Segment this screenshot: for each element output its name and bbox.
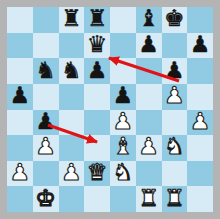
square-a5[interactable]: ♟ bbox=[7, 84, 33, 110]
piece-black-pawn[interactable]: ♟ bbox=[138, 33, 159, 56]
piece-white-pawn[interactable]: ♟ bbox=[61, 161, 82, 184]
square-a6[interactable] bbox=[7, 58, 33, 84]
square-h1[interactable] bbox=[187, 186, 213, 212]
square-e8[interactable] bbox=[110, 7, 136, 33]
piece-black-pawn[interactable]: ♟ bbox=[113, 84, 134, 107]
piece-white-king[interactable]: ♚ bbox=[35, 187, 56, 210]
square-h6[interactable] bbox=[187, 58, 213, 84]
square-b1[interactable]: ♚ bbox=[33, 186, 59, 212]
piece-black-king[interactable]: ♚ bbox=[164, 7, 185, 30]
square-c8[interactable]: ♜ bbox=[59, 7, 85, 33]
piece-black-knight[interactable]: ♞ bbox=[61, 59, 82, 82]
square-f6[interactable] bbox=[136, 58, 162, 84]
piece-black-bishop[interactable]: ♝ bbox=[138, 7, 159, 30]
square-d2[interactable]: ♛ bbox=[84, 161, 110, 187]
square-e3[interactable]: ♝ bbox=[110, 135, 136, 161]
square-c4[interactable] bbox=[59, 110, 85, 136]
piece-black-rook[interactable]: ♜ bbox=[87, 7, 108, 30]
square-b5[interactable] bbox=[33, 84, 59, 110]
chess-board: ♜♜♝♚♛♟♟♞♞♟♟♟♟♟♟♟♟♟♝♟♞♟♟♛♞♚♜♜ bbox=[7, 7, 213, 212]
board-frame: ♜♜♝♚♛♟♟♞♞♟♟♟♟♟♟♟♟♟♝♟♞♟♟♛♞♚♜♜ bbox=[0, 0, 220, 219]
square-c1[interactable] bbox=[59, 186, 85, 212]
piece-white-queen[interactable]: ♛ bbox=[87, 161, 108, 184]
square-d5[interactable] bbox=[84, 84, 110, 110]
square-c2[interactable]: ♟ bbox=[59, 161, 85, 187]
piece-white-rook[interactable]: ♜ bbox=[164, 187, 185, 210]
square-d6[interactable]: ♟ bbox=[84, 58, 110, 84]
square-d3[interactable] bbox=[84, 135, 110, 161]
square-f4[interactable] bbox=[136, 110, 162, 136]
piece-white-knight[interactable]: ♞ bbox=[113, 161, 134, 184]
square-a1[interactable] bbox=[7, 186, 33, 212]
square-b8[interactable] bbox=[33, 7, 59, 33]
piece-white-rook[interactable]: ♜ bbox=[138, 187, 159, 210]
square-h3[interactable] bbox=[187, 135, 213, 161]
square-c6[interactable]: ♞ bbox=[59, 58, 85, 84]
square-f1[interactable]: ♜ bbox=[136, 186, 162, 212]
piece-black-pawn[interactable]: ♟ bbox=[35, 110, 56, 133]
square-f5[interactable] bbox=[136, 84, 162, 110]
square-a3[interactable] bbox=[7, 135, 33, 161]
square-a4[interactable] bbox=[7, 110, 33, 136]
square-g8[interactable]: ♚ bbox=[162, 7, 188, 33]
piece-black-pawn[interactable]: ♟ bbox=[87, 59, 108, 82]
square-c5[interactable] bbox=[59, 84, 85, 110]
square-f2[interactable] bbox=[136, 161, 162, 187]
square-a2[interactable]: ♟ bbox=[7, 161, 33, 187]
square-g7[interactable] bbox=[162, 33, 188, 59]
piece-white-pawn[interactable]: ♟ bbox=[113, 110, 134, 133]
square-g6[interactable]: ♟ bbox=[162, 58, 188, 84]
square-h2[interactable] bbox=[187, 161, 213, 187]
square-e7[interactable] bbox=[110, 33, 136, 59]
piece-white-knight[interactable]: ♞ bbox=[164, 135, 185, 158]
piece-white-pawn[interactable]: ♟ bbox=[164, 84, 185, 107]
square-b3[interactable]: ♟ bbox=[33, 135, 59, 161]
square-h5[interactable] bbox=[187, 84, 213, 110]
piece-white-pawn[interactable]: ♟ bbox=[138, 135, 159, 158]
square-g5[interactable]: ♟ bbox=[162, 84, 188, 110]
square-e6[interactable] bbox=[110, 58, 136, 84]
square-d8[interactable]: ♜ bbox=[84, 7, 110, 33]
piece-white-pawn[interactable]: ♟ bbox=[190, 110, 211, 133]
piece-black-rook[interactable]: ♜ bbox=[61, 7, 82, 30]
square-b6[interactable]: ♞ bbox=[33, 58, 59, 84]
square-h4[interactable]: ♟ bbox=[187, 110, 213, 136]
square-d7[interactable]: ♛ bbox=[84, 33, 110, 59]
square-h8[interactable] bbox=[187, 7, 213, 33]
square-e1[interactable] bbox=[110, 186, 136, 212]
square-f7[interactable]: ♟ bbox=[136, 33, 162, 59]
piece-white-pawn[interactable]: ♟ bbox=[35, 135, 56, 158]
square-a8[interactable] bbox=[7, 7, 33, 33]
square-g2[interactable] bbox=[162, 161, 188, 187]
square-a7[interactable] bbox=[7, 33, 33, 59]
square-c7[interactable] bbox=[59, 33, 85, 59]
square-d4[interactable] bbox=[84, 110, 110, 136]
square-f3[interactable]: ♟ bbox=[136, 135, 162, 161]
square-f8[interactable]: ♝ bbox=[136, 7, 162, 33]
square-b7[interactable] bbox=[33, 33, 59, 59]
piece-black-pawn[interactable]: ♟ bbox=[164, 59, 185, 82]
square-g3[interactable]: ♞ bbox=[162, 135, 188, 161]
square-g4[interactable] bbox=[162, 110, 188, 136]
piece-white-pawn[interactable]: ♟ bbox=[10, 161, 31, 184]
piece-black-queen[interactable]: ♛ bbox=[87, 33, 108, 56]
square-h7[interactable]: ♟ bbox=[187, 33, 213, 59]
square-d1[interactable] bbox=[84, 186, 110, 212]
square-e5[interactable]: ♟ bbox=[110, 84, 136, 110]
square-g1[interactable]: ♜ bbox=[162, 186, 188, 212]
piece-black-pawn[interactable]: ♟ bbox=[10, 84, 31, 107]
square-c3[interactable] bbox=[59, 135, 85, 161]
piece-black-pawn[interactable]: ♟ bbox=[190, 33, 211, 56]
square-e2[interactable]: ♞ bbox=[110, 161, 136, 187]
square-b2[interactable] bbox=[33, 161, 59, 187]
piece-white-bishop[interactable]: ♝ bbox=[113, 135, 134, 158]
piece-black-knight[interactable]: ♞ bbox=[35, 59, 56, 82]
square-b4[interactable]: ♟ bbox=[33, 110, 59, 136]
square-e4[interactable]: ♟ bbox=[110, 110, 136, 136]
